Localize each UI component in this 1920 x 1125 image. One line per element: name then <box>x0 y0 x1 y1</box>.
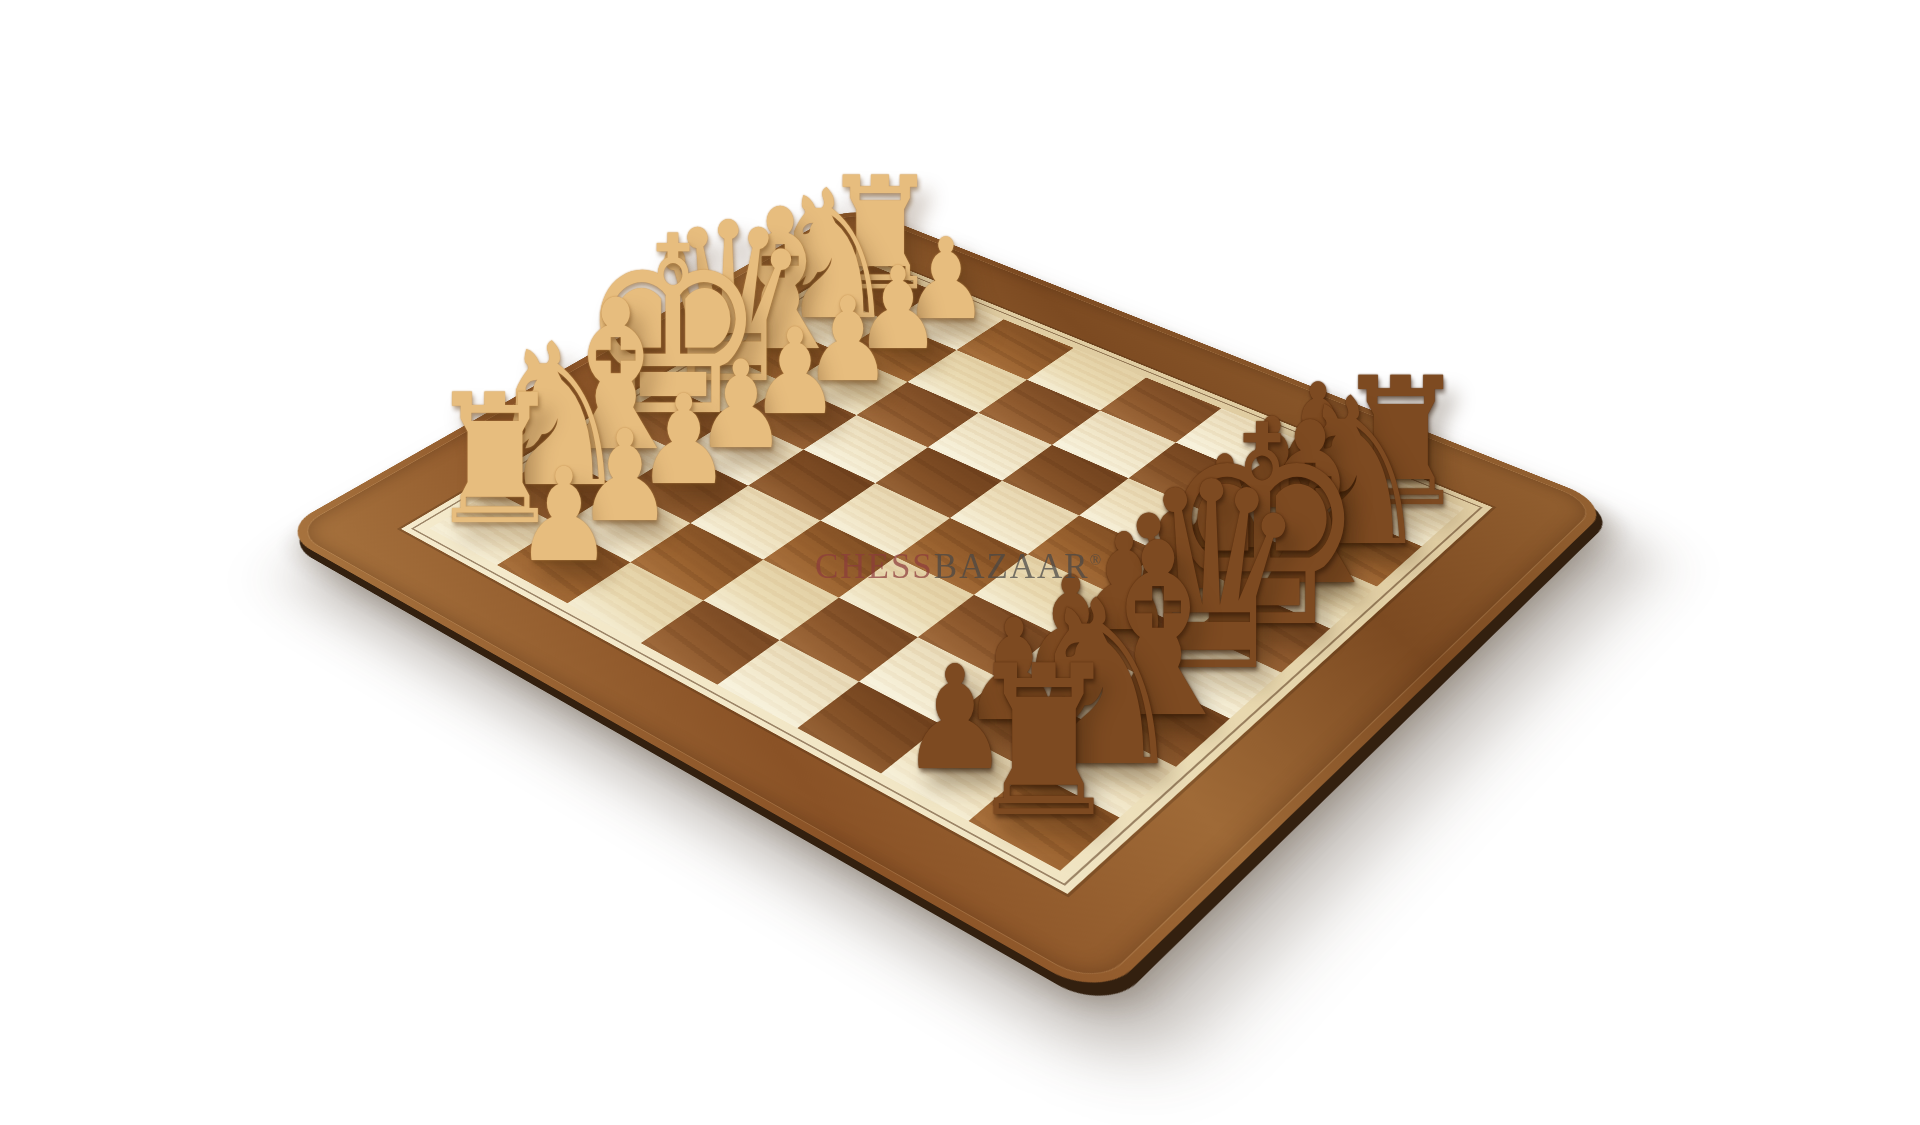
chessboard <box>278 205 1611 1000</box>
registered-trademark-icon: ® <box>1090 552 1101 568</box>
watermark-chess-text: CHESS <box>815 547 934 586</box>
watermark-bazaar-text: BAZAAR <box>934 547 1090 586</box>
chessbazaar-watermark: CHESSBAZAAR® <box>815 547 1101 587</box>
product-photo-stage: ♜♞♝♛♚♝♞♜♟♟♟♟♟♟♟♟♟♟♟♟♟♟♟♟♜♞♝♚♛♝♞♜ CHESSBA… <box>0 0 1920 1125</box>
